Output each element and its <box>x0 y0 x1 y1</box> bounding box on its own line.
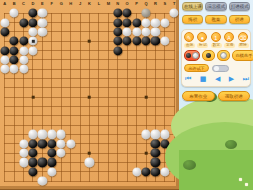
mode-button-row: 在线上课演示模式打谱模式 <box>182 2 250 11</box>
column-label: G <box>60 2 63 6</box>
tool-label: 数字 <box>211 43 222 48</box>
letter-icon: A <box>224 32 234 42</box>
white-stone[interactable] <box>57 130 66 139</box>
white-stone[interactable] <box>0 18 9 27</box>
tool-字母[interactable]: A字母 <box>224 32 235 48</box>
white-stone[interactable] <box>141 18 150 27</box>
white-stone[interactable] <box>19 46 28 55</box>
tool-数字[interactable]: 1数字 <box>211 32 222 48</box>
white-stone[interactable] <box>57 149 66 158</box>
try-move-row: 允许试下 <box>184 64 229 72</box>
white-stone[interactable] <box>19 139 28 148</box>
tool-擦除[interactable]: ⌫擦除 <box>238 32 249 48</box>
stop-icon[interactable]: ■ <box>200 75 207 84</box>
black-stone[interactable] <box>113 46 122 55</box>
skip-end-icon[interactable]: ⏭ <box>243 75 249 84</box>
number-icon: 1 <box>211 32 221 42</box>
black-stone[interactable] <box>151 149 160 158</box>
hoshi-point <box>88 40 91 43</box>
column-label: N <box>116 2 119 6</box>
black-stone[interactable] <box>28 139 37 148</box>
black-stone[interactable] <box>141 37 150 46</box>
side-panel: 在线上课演示模式打谱模式 悔棋教案棋谱 ✎画笔●标记1数字A字母⌫擦除 白棋先手… <box>179 0 253 190</box>
black-stone[interactable] <box>28 158 37 167</box>
homework-button-row: 布置作业调取棋谱 <box>182 91 250 101</box>
go-board[interactable]: ABCDEFGHJKLMNOPQRST <box>0 0 179 190</box>
white-stone[interactable] <box>38 176 47 185</box>
black-stone[interactable] <box>151 37 160 46</box>
grid-line <box>4 181 175 182</box>
black-stone[interactable] <box>160 139 169 148</box>
white-stone[interactable] <box>151 130 160 139</box>
black-stone[interactable] <box>10 55 19 64</box>
white-stone[interactable] <box>19 55 28 64</box>
white-stone[interactable] <box>160 130 169 139</box>
action-button[interactable]: 悔棋 <box>182 15 203 24</box>
action-button[interactable]: 棋谱 <box>229 15 250 24</box>
grid-line <box>4 106 175 107</box>
white-stone-icon <box>220 52 227 59</box>
column-label: T <box>173 2 175 6</box>
white-stone[interactable] <box>160 18 169 27</box>
black-stone[interactable] <box>38 139 47 148</box>
black-stone[interactable] <box>123 18 132 27</box>
white-stone[interactable] <box>28 46 37 55</box>
grid-line <box>4 87 175 88</box>
allow-trial-button[interactable]: 允许试下 <box>184 64 209 72</box>
column-label: M <box>107 2 110 6</box>
white-stone[interactable] <box>151 27 160 36</box>
white-stone[interactable] <box>38 18 47 27</box>
hoshi-point <box>145 96 148 99</box>
black-stone[interactable] <box>151 167 160 176</box>
column-label: J <box>79 2 81 6</box>
black-stone[interactable] <box>0 46 9 55</box>
black-stone[interactable] <box>28 18 37 27</box>
black-stone[interactable] <box>132 37 141 46</box>
column-label: C <box>22 2 25 6</box>
black-stone[interactable] <box>141 167 150 176</box>
black-stone[interactable] <box>47 158 56 167</box>
grid-line <box>4 78 175 79</box>
white-stone[interactable] <box>160 167 169 176</box>
black-stone[interactable] <box>151 139 160 148</box>
white-stone[interactable] <box>38 130 47 139</box>
white-stone[interactable] <box>141 130 150 139</box>
mode-button[interactable]: 打谱模式 <box>229 2 250 11</box>
white-stone[interactable] <box>85 158 94 167</box>
black-stone[interactable] <box>0 27 9 36</box>
step-back-icon[interactable]: ◀ <box>215 75 220 84</box>
white-stone[interactable] <box>10 9 19 18</box>
column-label: K <box>88 2 91 6</box>
grid-line <box>4 69 175 70</box>
column-label: R <box>154 2 157 6</box>
mode-button[interactable]: 演示模式 <box>205 2 226 11</box>
hill-far <box>171 96 253 156</box>
column-label: H <box>69 2 72 6</box>
black-stone-icon <box>206 53 211 58</box>
black-stone[interactable] <box>28 9 37 18</box>
black-stone[interactable] <box>10 46 19 55</box>
column-label: S <box>163 2 166 6</box>
hoshi-point <box>145 152 148 155</box>
column-label: O <box>126 2 129 6</box>
column-label: L <box>98 2 100 6</box>
bush-icon <box>225 140 237 149</box>
alternate-stones-button[interactable] <box>184 50 200 61</box>
column-label: Q <box>144 2 147 6</box>
toolbox: ✎画笔●标记1数字A字母⌫擦除 白棋先手 允许试下 ⏮■◀▶⏭ <box>181 29 251 87</box>
eraser-icon: ⌫ <box>238 32 248 42</box>
black-stone[interactable] <box>113 27 122 36</box>
white-stone[interactable] <box>38 27 47 36</box>
white-stone[interactable] <box>38 9 47 18</box>
pencil-icon: ✎ <box>184 32 194 42</box>
black-stone-icon <box>186 53 191 58</box>
stone-mode-row: 白棋先手 <box>184 50 253 61</box>
black-stone[interactable] <box>113 9 122 18</box>
white-stone[interactable] <box>19 65 28 74</box>
black-stone[interactable] <box>47 139 56 148</box>
tool-画笔[interactable]: ✎画笔 <box>184 32 195 48</box>
white-stone[interactable] <box>19 149 28 158</box>
white-stone-button[interactable] <box>217 50 230 61</box>
hoshi-point <box>32 96 35 99</box>
playback-controls: ⏮■◀▶⏭ <box>185 75 249 84</box>
flower-icon <box>239 178 242 181</box>
white-stone[interactable] <box>47 167 56 176</box>
white-stone[interactable] <box>47 130 56 139</box>
black-stone[interactable] <box>123 9 132 18</box>
black-stone[interactable] <box>123 37 132 46</box>
black-stone[interactable] <box>113 37 122 46</box>
white-stone[interactable] <box>123 27 132 36</box>
bottom-button[interactable]: 调取棋谱 <box>218 91 251 101</box>
toggle-knob <box>214 66 220 71</box>
black-stone[interactable] <box>10 37 19 46</box>
grid-line <box>4 125 175 126</box>
white-stone[interactable] <box>66 139 75 148</box>
action-button[interactable]: 教案 <box>205 15 226 24</box>
black-stone[interactable] <box>19 37 28 46</box>
white-stone[interactable] <box>19 158 28 167</box>
bush-icon <box>183 160 196 170</box>
mark-icon: ● <box>197 32 207 42</box>
annotation-tools: ✎画笔●标记1数字A字母⌫擦除 <box>184 32 249 48</box>
white-stone[interactable] <box>10 65 19 74</box>
grass <box>179 150 253 190</box>
white-stone[interactable] <box>132 167 141 176</box>
skip-start-icon[interactable]: ⏮ <box>185 75 191 84</box>
column-label: A <box>3 2 6 6</box>
white-stone[interactable] <box>170 9 179 18</box>
white-stone[interactable] <box>28 27 37 36</box>
hoshi-point <box>88 152 91 155</box>
black-stone[interactable] <box>151 158 160 167</box>
white-stone[interactable] <box>28 130 37 139</box>
column-label: F <box>51 2 53 6</box>
column-label: E <box>41 2 44 6</box>
white-stone-icon <box>192 52 199 59</box>
black-stone[interactable] <box>113 18 122 27</box>
white-stone[interactable] <box>57 139 66 148</box>
tool-label: 画笔 <box>184 43 195 48</box>
tool-label: 字母 <box>224 43 235 48</box>
tool-label: 擦除 <box>238 43 249 48</box>
bottom-button[interactable]: 布置作业 <box>182 91 215 101</box>
preview-stone[interactable] <box>141 9 150 18</box>
black-stone[interactable] <box>28 167 37 176</box>
action-button-row: 悔棋教案棋谱 <box>182 15 250 24</box>
white-stone[interactable] <box>0 65 9 74</box>
last-move-marker <box>31 40 34 43</box>
black-stone[interactable] <box>38 158 47 167</box>
black-stone[interactable] <box>28 149 37 158</box>
white-stone[interactable] <box>132 27 141 36</box>
tool-label: 标记 <box>197 43 208 48</box>
black-stone-button[interactable] <box>202 50 215 61</box>
step-fwd-icon[interactable]: ▶ <box>229 75 234 84</box>
tool-标记[interactable]: ●标记 <box>197 32 208 48</box>
column-label: D <box>32 2 35 6</box>
column-label: B <box>13 2 16 6</box>
black-stone[interactable] <box>47 149 56 158</box>
white-stone[interactable] <box>28 37 37 46</box>
go-teaching-app: ABCDEFGHJKLMNOPQRST 在线上课演示模式打谱模式 悔棋教案棋谱 … <box>0 0 253 190</box>
hoshi-point <box>88 96 91 99</box>
mode-button[interactable]: 在线上课 <box>182 2 203 11</box>
white-stone[interactable] <box>160 37 169 46</box>
white-first-button[interactable]: 白棋先手 <box>232 50 253 61</box>
trial-toggle[interactable] <box>212 65 229 72</box>
white-stone[interactable] <box>0 55 9 64</box>
white-stone[interactable] <box>151 18 160 27</box>
white-stone[interactable] <box>141 27 150 36</box>
grid-line <box>4 59 175 60</box>
column-label: P <box>135 2 138 6</box>
grid-line <box>4 115 175 116</box>
flower-icon <box>245 183 248 186</box>
black-stone[interactable] <box>132 18 141 27</box>
black-stone[interactable] <box>19 18 28 27</box>
